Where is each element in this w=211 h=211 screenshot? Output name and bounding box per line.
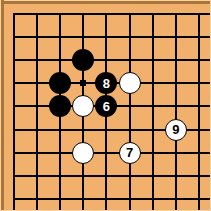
board-intersection — [25, 188, 48, 211]
board-intersection — [72, 141, 95, 164]
board-intersection — [95, 25, 118, 48]
board-intersection — [188, 72, 211, 95]
board-intersection — [188, 48, 211, 71]
white-stone: 9 — [165, 119, 187, 141]
board-intersection — [25, 164, 48, 187]
board-intersection — [48, 164, 71, 187]
board-frame-left — [0, 0, 4, 211]
board-intersection: 6 — [95, 95, 118, 118]
board-intersection — [48, 48, 71, 71]
board-intersection — [48, 141, 71, 164]
board-intersection — [72, 2, 95, 25]
board-intersection — [141, 164, 164, 187]
board-intersection — [118, 95, 141, 118]
board-intersection — [141, 72, 164, 95]
board-intersection — [2, 72, 25, 95]
board-intersection — [141, 48, 164, 71]
board-intersection — [141, 2, 164, 25]
board-intersection — [164, 2, 187, 25]
board-frame-right — [210, 0, 211, 211]
board-intersection — [2, 2, 25, 25]
board-intersection — [72, 188, 95, 211]
board-intersection — [164, 95, 187, 118]
board-frame-top — [0, 0, 211, 4]
board-intersection: 9 — [164, 118, 187, 141]
board-intersection — [188, 118, 211, 141]
board-intersection — [25, 141, 48, 164]
go-board: 8697 — [2, 2, 211, 211]
hoshi-marker — [80, 80, 86, 86]
move-number-label: 9 — [172, 123, 179, 136]
board-intersection — [95, 2, 118, 25]
board-intersection — [188, 141, 211, 164]
board-intersection: 7 — [118, 141, 141, 164]
board-intersection — [188, 164, 211, 187]
board-intersection — [188, 188, 211, 211]
board-intersection — [141, 25, 164, 48]
board-intersection — [141, 95, 164, 118]
move-number-label: 6 — [103, 100, 110, 113]
board-intersection — [118, 2, 141, 25]
board-intersection — [2, 188, 25, 211]
board-intersection — [72, 95, 95, 118]
board-intersection — [95, 141, 118, 164]
board-intersection — [164, 48, 187, 71]
white-stone — [119, 72, 141, 94]
board-intersection — [95, 48, 118, 71]
board-intersection — [118, 118, 141, 141]
board-intersection — [164, 188, 187, 211]
board-intersection: 8 — [95, 72, 118, 95]
board-intersection — [25, 25, 48, 48]
board-intersection — [118, 48, 141, 71]
board-intersection — [48, 188, 71, 211]
board-intersection — [118, 25, 141, 48]
board-intersection — [48, 25, 71, 48]
board-intersection — [95, 188, 118, 211]
board-intersection — [188, 95, 211, 118]
board-intersection — [164, 164, 187, 187]
board-intersection — [2, 141, 25, 164]
board-intersection — [2, 164, 25, 187]
board-intersection — [72, 164, 95, 187]
white-stone: 7 — [119, 142, 141, 164]
board-intersection — [118, 72, 141, 95]
board-intersection — [72, 118, 95, 141]
board-intersection — [141, 118, 164, 141]
board-intersection — [72, 25, 95, 48]
white-stone — [72, 142, 94, 164]
board-intersection — [48, 72, 71, 95]
board-intersection — [141, 188, 164, 211]
board-intersection — [95, 164, 118, 187]
black-stone: 8 — [95, 72, 117, 94]
go-diagram: 8697 — [0, 0, 211, 211]
board-intersection — [164, 141, 187, 164]
white-stone — [72, 95, 94, 117]
black-stone — [49, 95, 71, 117]
board-intersection — [188, 25, 211, 48]
board-intersection — [48, 2, 71, 25]
board-intersection — [72, 48, 95, 71]
board-intersection — [25, 48, 48, 71]
board-intersection — [48, 95, 71, 118]
board-intersection — [141, 141, 164, 164]
board-intersection — [25, 2, 48, 25]
move-number-label: 8 — [103, 77, 110, 90]
black-stone — [49, 72, 71, 94]
board-frame-bottom — [0, 210, 211, 211]
board-intersection — [164, 25, 187, 48]
board-intersection — [118, 188, 141, 211]
board-intersection — [95, 118, 118, 141]
board-intersection — [2, 25, 25, 48]
board-intersection — [118, 164, 141, 187]
black-stone — [72, 49, 94, 71]
move-number-label: 7 — [126, 146, 133, 159]
board-intersection — [2, 95, 25, 118]
board-intersection — [2, 118, 25, 141]
board-intersection — [164, 72, 187, 95]
board-intersection — [48, 118, 71, 141]
board-intersection — [25, 118, 48, 141]
board-intersection — [188, 2, 211, 25]
board-intersection — [72, 72, 95, 95]
board-intersection — [25, 95, 48, 118]
board-intersection — [2, 48, 25, 71]
black-stone: 6 — [95, 95, 117, 117]
board-intersection — [25, 72, 48, 95]
